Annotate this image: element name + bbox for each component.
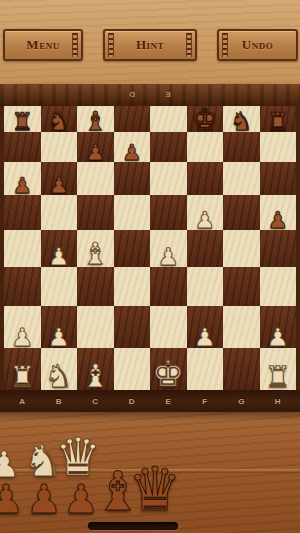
square-c5[interactable]	[77, 195, 114, 230]
square-e5[interactable]	[150, 195, 187, 230]
captured-piece-bq-4: ♛	[128, 459, 182, 519]
piece-br-a8[interactable]: ♜	[11, 110, 33, 134]
square-h7[interactable]	[260, 132, 297, 162]
top-frame-file-label-d: D	[129, 90, 135, 99]
square-c1[interactable]: ♝	[77, 348, 114, 390]
square-a1[interactable]: ♜	[4, 348, 41, 390]
square-b5[interactable]	[41, 195, 78, 230]
square-h6[interactable]	[260, 162, 297, 195]
captured-piece-bp-0: ♟	[0, 479, 24, 519]
square-c2[interactable]	[77, 306, 114, 348]
square-h2[interactable]: ♟	[260, 306, 297, 348]
square-a8[interactable]: ♜	[4, 106, 41, 132]
square-d6[interactable]	[114, 162, 151, 195]
piece-wr-h1[interactable]: ♜	[265, 363, 291, 392]
square-f6[interactable]	[187, 162, 224, 195]
chess-app-screen: MenuHintUndo DE ♜♞♝♚♞♜♟♟♟♟♟♟♟♝♟♟♟♟♟♜♞♝♚♜…	[0, 0, 300, 533]
square-d1[interactable]	[114, 348, 151, 390]
square-c8[interactable]: ♝	[77, 106, 114, 132]
piece-wb-c4[interactable]: ♝	[82, 239, 109, 269]
square-g4[interactable]	[223, 230, 260, 267]
piece-br-h8[interactable]: ♜	[267, 110, 289, 134]
square-d2[interactable]	[114, 306, 151, 348]
file-label-e: E	[150, 397, 187, 406]
piece-wp-a2[interactable]: ♟	[11, 325, 33, 350]
file-label-f: F	[187, 397, 224, 406]
square-c4[interactable]: ♝	[77, 230, 114, 267]
menu-button[interactable]: Menu	[3, 29, 83, 61]
square-f3[interactable]	[187, 267, 224, 306]
square-g3[interactable]	[223, 267, 260, 306]
square-e1[interactable]: ♚	[150, 348, 187, 390]
piece-bp-b6[interactable]: ♟	[49, 175, 69, 197]
square-g1[interactable]	[223, 348, 260, 390]
undo-button-label: Undo	[242, 37, 273, 53]
undo-button[interactable]: Undo	[217, 29, 298, 61]
square-d5[interactable]	[114, 195, 151, 230]
square-c6[interactable]	[77, 162, 114, 195]
piece-bn-g8[interactable]: ♞	[230, 109, 252, 134]
square-f5[interactable]: ♟	[187, 195, 224, 230]
piece-wb-c1[interactable]: ♝	[81, 360, 110, 392]
menu-button-label: Menu	[26, 37, 59, 53]
board-frame-top: DE	[0, 84, 300, 106]
hint-button[interactable]: Hint	[103, 29, 197, 61]
square-e2[interactable]	[150, 306, 187, 348]
square-a4[interactable]	[4, 230, 41, 267]
square-b4[interactable]: ♟	[41, 230, 78, 267]
square-a3[interactable]	[4, 267, 41, 306]
piece-wn-b1[interactable]: ♞	[45, 361, 73, 392]
piece-bp-h5[interactable]: ♟	[267, 209, 288, 232]
square-c7[interactable]: ♟	[77, 132, 114, 162]
square-d3[interactable]	[114, 267, 151, 306]
square-d8[interactable]	[114, 106, 151, 132]
square-e4[interactable]: ♟	[150, 230, 187, 267]
square-g8[interactable]: ♞	[223, 106, 260, 132]
square-b8[interactable]: ♞	[41, 106, 78, 132]
square-f1[interactable]	[187, 348, 224, 390]
piece-bn-b8[interactable]: ♞	[48, 109, 70, 134]
square-h4[interactable]	[260, 230, 297, 267]
piece-bb-c8[interactable]: ♝	[84, 108, 107, 134]
square-b3[interactable]	[41, 267, 78, 306]
piece-bp-c7[interactable]: ♟	[85, 142, 105, 164]
square-e3[interactable]	[150, 267, 187, 306]
square-f7[interactable]	[187, 132, 224, 162]
square-g6[interactable]	[223, 162, 260, 195]
piece-bp-a6[interactable]: ♟	[12, 175, 32, 197]
captured-pieces-tray: ♟♞♛♟♟♟♝♛	[0, 412, 300, 533]
piece-wp-h2[interactable]: ♟	[267, 325, 289, 350]
piece-wp-f5[interactable]: ♟	[194, 209, 215, 232]
square-f2[interactable]: ♟	[187, 306, 224, 348]
piece-wp-e4[interactable]: ♟	[157, 245, 179, 269]
square-a6[interactable]: ♟	[4, 162, 41, 195]
button-ornament-strip	[108, 33, 114, 57]
square-d7[interactable]: ♟	[114, 132, 151, 162]
button-ornament-strip	[222, 33, 228, 57]
square-a5[interactable]	[4, 195, 41, 230]
board-frame-bottom: ABCDEFGH	[0, 390, 300, 412]
piece-wp-f2[interactable]: ♟	[194, 325, 216, 350]
square-f8[interactable]: ♚	[187, 106, 224, 132]
board-squares: ♜♞♝♚♞♜♟♟♟♟♟♟♟♝♟♟♟♟♟♜♞♝♚♜	[4, 106, 296, 390]
chess-board: DE ♜♞♝♚♞♜♟♟♟♟♟♟♟♝♟♟♟♟♟♜♞♝♚♜ ABCDEFGH	[0, 84, 300, 412]
square-h3[interactable]	[260, 267, 297, 306]
square-b2[interactable]: ♟	[41, 306, 78, 348]
square-g2[interactable]	[223, 306, 260, 348]
piece-bp-d7[interactable]: ♟	[122, 142, 142, 164]
toolbar: MenuHintUndo	[0, 0, 300, 84]
piece-wr-a1[interactable]: ♜	[9, 363, 35, 392]
square-h8[interactable]: ♜	[260, 106, 297, 132]
hint-button-label: Hint	[136, 37, 164, 53]
piece-bk-f8[interactable]: ♚	[192, 105, 218, 134]
captured-piece-bp-1: ♟	[26, 479, 62, 519]
square-b7[interactable]	[41, 132, 78, 162]
square-d4[interactable]	[114, 230, 151, 267]
square-e7[interactable]	[150, 132, 187, 162]
button-ornament-strip	[186, 33, 192, 57]
square-f4[interactable]	[187, 230, 224, 267]
file-label-a: A	[4, 397, 41, 406]
square-e6[interactable]	[150, 162, 187, 195]
button-ornament-strip	[72, 33, 78, 57]
piece-wk-e1[interactable]: ♚	[152, 356, 184, 392]
square-a7[interactable]	[4, 132, 41, 162]
square-h5[interactable]: ♟	[260, 195, 297, 230]
file-label-b: B	[41, 397, 78, 406]
file-label-g: G	[223, 397, 260, 406]
top-frame-file-label-e: E	[166, 90, 171, 99]
square-c3[interactable]	[77, 267, 114, 306]
square-a2[interactable]: ♟	[4, 306, 41, 348]
square-h1[interactable]: ♜	[260, 348, 297, 390]
piece-wp-b4[interactable]: ♟	[48, 245, 70, 269]
square-g7[interactable]	[223, 132, 260, 162]
square-g5[interactable]	[223, 195, 260, 230]
file-label-d: D	[114, 397, 151, 406]
square-b1[interactable]: ♞	[41, 348, 78, 390]
square-e8[interactable]	[150, 106, 187, 132]
file-label-h: H	[260, 397, 297, 406]
square-b6[interactable]: ♟	[41, 162, 78, 195]
piece-wp-b2[interactable]: ♟	[48, 325, 70, 350]
file-label-c: C	[77, 397, 114, 406]
